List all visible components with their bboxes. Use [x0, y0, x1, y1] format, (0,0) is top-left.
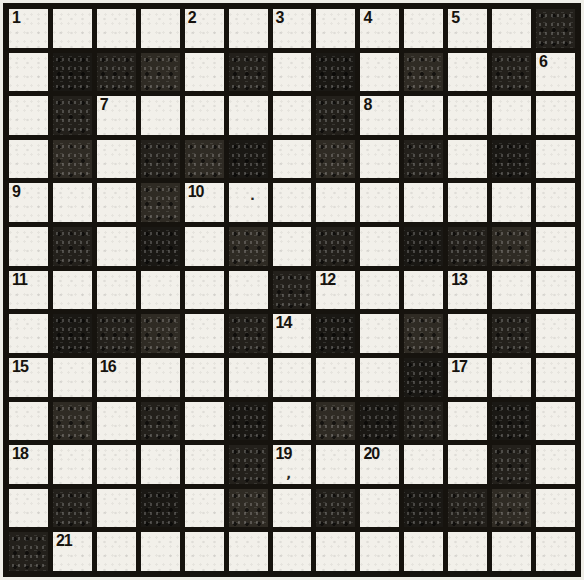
- clue-number: 3: [276, 9, 284, 27]
- white-cell[interactable]: [97, 183, 136, 222]
- clue-number: 10: [188, 183, 204, 201]
- black-cell: [9, 532, 48, 571]
- white-cell[interactable]: [536, 271, 575, 310]
- white-cell[interactable]: [492, 183, 531, 222]
- white-cell[interactable]: [97, 402, 136, 441]
- white-cell[interactable]: 9: [9, 183, 48, 222]
- white-cell[interactable]: 18: [9, 445, 48, 484]
- white-cell[interactable]: [229, 358, 268, 397]
- clue-number: 21: [56, 532, 72, 550]
- white-cell[interactable]: [316, 358, 355, 397]
- black-cell: [316, 96, 355, 135]
- white-cell[interactable]: [53, 183, 92, 222]
- black-cell: [448, 227, 487, 266]
- black-cell: [229, 402, 268, 441]
- white-cell[interactable]: [97, 140, 136, 179]
- white-cell[interactable]: [360, 140, 399, 179]
- white-cell[interactable]: 1: [9, 9, 48, 48]
- black-cell: [229, 140, 268, 179]
- white-cell[interactable]: [404, 9, 443, 48]
- white-cell[interactable]: [536, 140, 575, 179]
- white-cell[interactable]: [141, 96, 180, 135]
- black-cell: [185, 140, 224, 179]
- black-cell: [316, 227, 355, 266]
- white-cell[interactable]: [492, 271, 531, 310]
- white-cell[interactable]: [536, 532, 575, 571]
- clue-number: 7: [100, 96, 108, 114]
- white-cell[interactable]: [53, 358, 92, 397]
- white-cell[interactable]: [9, 314, 48, 353]
- clue-number: 9: [12, 183, 20, 201]
- white-cell[interactable]: [273, 358, 312, 397]
- clue-number: 8: [363, 96, 371, 114]
- white-cell[interactable]: 12: [316, 271, 355, 310]
- black-cell: [141, 402, 180, 441]
- black-cell: [492, 314, 531, 353]
- black-cell: [141, 489, 180, 528]
- black-cell: [316, 53, 355, 92]
- black-cell: [404, 227, 443, 266]
- white-cell[interactable]: [492, 358, 531, 397]
- black-cell: [492, 227, 531, 266]
- white-cell[interactable]: [316, 532, 355, 571]
- black-cell: [141, 140, 180, 179]
- white-cell[interactable]: 5: [448, 9, 487, 48]
- white-cell[interactable]: 4: [360, 9, 399, 48]
- white-cell[interactable]: [448, 183, 487, 222]
- white-cell[interactable]: [53, 9, 92, 48]
- black-cell: [316, 140, 355, 179]
- white-cell[interactable]: [185, 53, 224, 92]
- black-cell: [492, 489, 531, 528]
- white-cell[interactable]: [536, 489, 575, 528]
- white-cell[interactable]: [185, 402, 224, 441]
- black-cell: [404, 358, 443, 397]
- white-cell[interactable]: [448, 314, 487, 353]
- black-cell: [492, 53, 531, 92]
- white-cell[interactable]: [492, 9, 531, 48]
- white-cell[interactable]: [9, 489, 48, 528]
- white-cell[interactable]: 20: [360, 445, 399, 484]
- white-cell[interactable]: [536, 402, 575, 441]
- white-cell[interactable]: [229, 532, 268, 571]
- white-cell[interactable]: [448, 532, 487, 571]
- black-cell: [316, 402, 355, 441]
- clue-number: 14: [276, 314, 292, 332]
- white-cell[interactable]: [536, 227, 575, 266]
- black-cell: [229, 314, 268, 353]
- white-cell[interactable]: [273, 183, 312, 222]
- white-cell[interactable]: [492, 96, 531, 135]
- white-cell[interactable]: [141, 445, 180, 484]
- white-cell[interactable]: [273, 96, 312, 135]
- white-cell[interactable]: 14: [273, 314, 312, 353]
- white-cell[interactable]: [360, 532, 399, 571]
- white-cell[interactable]: [316, 9, 355, 48]
- black-cell: [97, 314, 136, 353]
- white-cell[interactable]: [97, 489, 136, 528]
- white-cell[interactable]: [141, 271, 180, 310]
- white-cell[interactable]: 19,: [273, 445, 312, 484]
- white-cell[interactable]: [316, 445, 355, 484]
- white-cell[interactable]: 8: [360, 96, 399, 135]
- black-cell: [53, 96, 92, 135]
- white-cell[interactable]: [448, 96, 487, 135]
- white-cell[interactable]: [185, 271, 224, 310]
- white-cell[interactable]: [97, 227, 136, 266]
- white-cell[interactable]: [185, 532, 224, 571]
- white-cell[interactable]: [229, 271, 268, 310]
- crossword-board: 12345678910·111213141516171819,2021: [3, 3, 581, 577]
- white-cell[interactable]: [273, 489, 312, 528]
- white-cell[interactable]: [53, 445, 92, 484]
- black-cell: [316, 314, 355, 353]
- black-cell: [229, 489, 268, 528]
- white-cell[interactable]: [141, 532, 180, 571]
- white-cell[interactable]: [536, 96, 575, 135]
- white-cell[interactable]: [273, 402, 312, 441]
- black-cell: [404, 314, 443, 353]
- clue-number: 16: [100, 358, 116, 376]
- black-cell: [229, 445, 268, 484]
- white-cell[interactable]: [273, 53, 312, 92]
- clue-number: 2: [188, 9, 196, 27]
- white-cell[interactable]: [229, 96, 268, 135]
- white-cell[interactable]: [185, 358, 224, 397]
- white-cell[interactable]: 11: [9, 271, 48, 310]
- white-cell[interactable]: [273, 532, 312, 571]
- black-cell: [492, 402, 531, 441]
- white-cell[interactable]: [448, 445, 487, 484]
- black-cell: [273, 271, 312, 310]
- white-cell[interactable]: [360, 358, 399, 397]
- white-cell[interactable]: [185, 445, 224, 484]
- white-cell[interactable]: [9, 96, 48, 135]
- black-cell: [97, 53, 136, 92]
- scanned-page: 12345678910·111213141516171819,2021: [0, 0, 584, 580]
- clue-number: 5: [451, 9, 459, 27]
- black-cell: [229, 227, 268, 266]
- white-cell[interactable]: [97, 532, 136, 571]
- black-cell: [229, 53, 268, 92]
- black-cell: [53, 314, 92, 353]
- black-cell: [360, 402, 399, 441]
- clue-number: 1: [12, 9, 20, 27]
- white-cell[interactable]: [141, 358, 180, 397]
- white-cell[interactable]: [185, 96, 224, 135]
- white-cell[interactable]: [360, 489, 399, 528]
- scan-artifact-mark: ,: [286, 466, 291, 481]
- white-cell[interactable]: 10: [185, 183, 224, 222]
- white-cell[interactable]: [536, 183, 575, 222]
- white-cell[interactable]: 6: [536, 53, 575, 92]
- white-cell[interactable]: [404, 445, 443, 484]
- white-cell[interactable]: 15: [9, 358, 48, 397]
- black-cell: [316, 489, 355, 528]
- white-cell[interactable]: 16: [97, 358, 136, 397]
- black-cell: [53, 402, 92, 441]
- black-cell: [53, 227, 92, 266]
- white-cell[interactable]: [360, 227, 399, 266]
- white-cell[interactable]: [273, 227, 312, 266]
- white-cell[interactable]: [404, 183, 443, 222]
- white-cell[interactable]: [185, 314, 224, 353]
- white-cell[interactable]: ·: [229, 183, 268, 222]
- black-cell: [53, 53, 92, 92]
- black-cell: [536, 9, 575, 48]
- black-cell: [141, 53, 180, 92]
- clue-number: 17: [451, 358, 467, 376]
- white-cell[interactable]: [9, 53, 48, 92]
- clue-number: 6: [539, 53, 547, 71]
- black-cell: [141, 183, 180, 222]
- clue-number: 13: [451, 271, 467, 289]
- white-cell[interactable]: [9, 402, 48, 441]
- white-cell[interactable]: [185, 489, 224, 528]
- white-cell[interactable]: [448, 53, 487, 92]
- white-cell[interactable]: [141, 9, 180, 48]
- white-cell[interactable]: 17: [448, 358, 487, 397]
- white-cell[interactable]: [9, 140, 48, 179]
- black-cell: [53, 489, 92, 528]
- white-cell[interactable]: [360, 183, 399, 222]
- black-cell: [448, 489, 487, 528]
- white-cell[interactable]: 3: [273, 9, 312, 48]
- white-cell[interactable]: [448, 140, 487, 179]
- white-cell[interactable]: [360, 314, 399, 353]
- black-cell: [492, 445, 531, 484]
- white-cell[interactable]: [448, 402, 487, 441]
- black-cell: [141, 227, 180, 266]
- clue-number: 15: [12, 358, 28, 376]
- white-cell[interactable]: [229, 9, 268, 48]
- black-cell: [404, 140, 443, 179]
- clue-number: 20: [363, 445, 379, 463]
- white-cell[interactable]: [185, 227, 224, 266]
- clue-number: 4: [363, 9, 371, 27]
- black-cell: [404, 53, 443, 92]
- white-cell[interactable]: 21: [53, 532, 92, 571]
- white-cell[interactable]: [9, 227, 48, 266]
- white-cell[interactable]: [360, 271, 399, 310]
- white-cell[interactable]: [97, 445, 136, 484]
- clue-number: 19: [276, 445, 292, 463]
- black-cell: [53, 140, 92, 179]
- white-cell[interactable]: 7: [97, 96, 136, 135]
- white-cell[interactable]: [316, 183, 355, 222]
- white-cell[interactable]: [536, 314, 575, 353]
- clue-number: 11: [12, 271, 27, 289]
- black-cell: [404, 489, 443, 528]
- white-cell[interactable]: 2: [185, 9, 224, 48]
- white-cell[interactable]: [53, 271, 92, 310]
- clue-number: 18: [12, 445, 28, 463]
- black-cell: [141, 314, 180, 353]
- white-cell[interactable]: [97, 271, 136, 310]
- clue-number: 12: [319, 271, 335, 289]
- scan-artifact-mark: ·: [250, 191, 255, 206]
- white-cell[interactable]: [404, 271, 443, 310]
- white-cell[interactable]: [404, 532, 443, 571]
- white-cell[interactable]: [404, 96, 443, 135]
- white-cell[interactable]: 13: [448, 271, 487, 310]
- black-cell: [492, 140, 531, 179]
- white-cell[interactable]: [492, 532, 531, 571]
- white-cell[interactable]: [273, 140, 312, 179]
- white-cell[interactable]: [536, 358, 575, 397]
- white-cell[interactable]: [536, 445, 575, 484]
- black-cell: [404, 402, 443, 441]
- white-cell[interactable]: [97, 9, 136, 48]
- white-cell[interactable]: [360, 53, 399, 92]
